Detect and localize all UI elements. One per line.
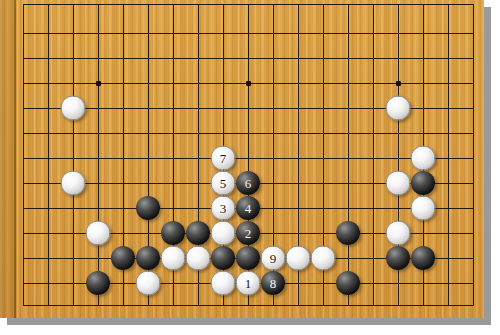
grid-line-horizontal — [23, 33, 474, 34]
grid-line-vertical — [448, 4, 449, 306]
go-board[interactable]: 756342918 — [0, 0, 484, 318]
stone-black — [161, 221, 185, 245]
stone-black — [136, 196, 160, 220]
stone-black-move-6: 6 — [236, 171, 260, 195]
stone-black — [86, 271, 110, 295]
stone-black-move-2: 2 — [236, 221, 260, 245]
stone-white — [186, 246, 211, 271]
stone-white — [311, 246, 336, 271]
grid-line-horizontal — [23, 305, 474, 306]
stone-white-move-3: 3 — [211, 196, 236, 221]
stone-white — [136, 271, 161, 296]
stone-white — [61, 96, 86, 121]
stone-white — [411, 146, 436, 171]
grid-line-vertical — [348, 4, 349, 306]
grid-line-horizontal — [23, 158, 474, 159]
stone-black — [186, 221, 210, 245]
stone-black — [336, 221, 360, 245]
diagram-frame: 756342918 — [0, 0, 500, 335]
stone-white — [286, 246, 311, 271]
move-number-label: 1 — [245, 277, 252, 290]
stone-white — [386, 171, 411, 196]
stone-black — [136, 246, 160, 270]
stone-black-move-8: 8 — [261, 271, 285, 295]
stone-white — [61, 171, 86, 196]
stone-white-move-1: 1 — [236, 271, 261, 296]
stone-white-move-5: 5 — [211, 171, 236, 196]
stone-white — [411, 196, 436, 221]
stone-black — [336, 271, 360, 295]
stone-black — [411, 246, 435, 270]
stone-white-move-9: 9 — [261, 246, 286, 271]
star-point — [96, 81, 101, 86]
stone-white — [161, 246, 186, 271]
grid-line-vertical — [98, 4, 99, 306]
stone-white-move-7: 7 — [211, 146, 236, 171]
grid-line-vertical — [373, 4, 374, 306]
move-number-label: 4 — [245, 202, 252, 215]
stone-black — [111, 246, 135, 270]
stone-black — [236, 246, 260, 270]
move-number-label: 5 — [220, 177, 227, 190]
grid-line-vertical — [23, 4, 24, 306]
star-point — [396, 81, 401, 86]
grid-line-vertical — [73, 4, 74, 306]
move-number-label: 9 — [270, 252, 277, 265]
stone-black — [386, 246, 410, 270]
stone-white — [386, 96, 411, 121]
grid-line-horizontal — [23, 58, 474, 59]
move-number-label: 2 — [245, 227, 252, 240]
stone-white — [211, 221, 236, 246]
stone-black — [211, 246, 235, 270]
grid-line-horizontal — [23, 4, 474, 5]
move-number-label: 6 — [245, 177, 252, 190]
stone-white — [211, 271, 236, 296]
stone-white — [86, 221, 111, 246]
star-point — [246, 81, 251, 86]
grid-line-vertical — [473, 4, 474, 306]
stone-black — [411, 171, 435, 195]
move-number-label: 8 — [270, 277, 277, 290]
stone-black-move-4: 4 — [236, 196, 260, 220]
move-number-label: 3 — [220, 202, 227, 215]
grid-line-vertical — [48, 4, 49, 306]
grid-line-horizontal — [23, 133, 474, 134]
stone-white — [386, 221, 411, 246]
move-number-label: 7 — [220, 152, 227, 165]
